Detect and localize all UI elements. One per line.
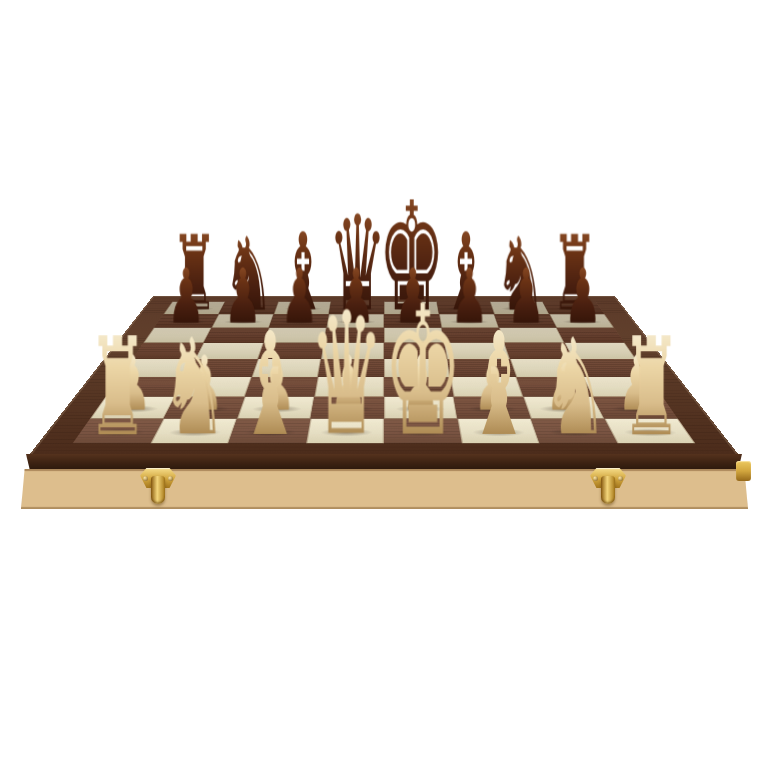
white-king-e1[interactable]: ♚ xyxy=(382,282,462,461)
square-g1[interactable]: ♞ xyxy=(531,419,617,444)
chess-set-photo: ♜♞♝♛♚♝♞♜♟♟♟♟♟♟♟♟♟♟♟♟♟♟♟♟♜♞♝♛♚♝♞♜ xyxy=(0,0,768,768)
square-c1[interactable]: ♝ xyxy=(228,419,310,444)
square-d1[interactable]: ♛ xyxy=(306,419,384,444)
white-knight-b1[interactable]: ♞ xyxy=(160,321,227,454)
white-knight-g1[interactable]: ♞ xyxy=(541,321,608,454)
square-e1[interactable]: ♚ xyxy=(384,419,462,444)
chessboard-3d-wrapper: ♜♞♝♛♚♝♞♜♟♟♟♟♟♟♟♟♟♟♟♟♟♟♟♟♜♞♝♛♚♝♞♜ xyxy=(29,296,739,455)
square-f1[interactable]: ♝ xyxy=(457,419,539,444)
white-bishop-c1[interactable]: ♝ xyxy=(238,313,302,456)
chessboard: ♜♞♝♛♚♝♞♜♟♟♟♟♟♟♟♟♟♟♟♟♟♟♟♟♜♞♝♛♚♝♞♜ xyxy=(73,302,695,444)
chessboard-frame: ♜♞♝♛♚♝♞♜♟♟♟♟♟♟♟♟♟♟♟♟♟♟♟♟♜♞♝♛♚♝♞♜ xyxy=(29,296,739,455)
square-b1[interactable]: ♞ xyxy=(151,419,237,444)
clasp-hook-icon xyxy=(601,476,615,504)
board-side-edge xyxy=(26,454,742,469)
white-queen-d1[interactable]: ♛ xyxy=(308,290,384,459)
square-a1[interactable]: ♜ xyxy=(73,419,164,444)
white-bishop-f1[interactable]: ♝ xyxy=(466,313,530,456)
brass-hinge-icon xyxy=(736,461,751,481)
square-h1[interactable]: ♜ xyxy=(604,419,695,444)
brass-clasp-right xyxy=(586,464,630,508)
box-front-panel xyxy=(21,469,748,509)
clasp-hook-icon xyxy=(151,476,165,504)
white-rook-a1[interactable]: ♜ xyxy=(87,319,148,455)
white-rook-h1[interactable]: ♜ xyxy=(620,319,681,455)
brass-clasp-left xyxy=(136,464,180,508)
